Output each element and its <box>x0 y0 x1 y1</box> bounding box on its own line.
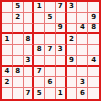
cell-r4c4-empty[interactable] <box>34 34 45 45</box>
cell-r8c7-empty[interactable] <box>67 77 78 88</box>
cell-r5c7-empty[interactable] <box>67 45 78 56</box>
cell-r2c5-given: 5 <box>45 13 56 24</box>
cell-r7c8-empty[interactable] <box>77 67 88 78</box>
cell-r4c7-given: 2 <box>67 34 78 45</box>
cell-r6c1-empty[interactable] <box>2 56 13 67</box>
cell-r6c2-empty[interactable] <box>13 56 24 67</box>
cell-r3c9-given: 8 <box>88 24 99 35</box>
cell-r2c4-empty[interactable] <box>34 13 45 24</box>
cell-r3c6-given: 9 <box>56 24 67 35</box>
cell-r5c1-empty[interactable] <box>2 45 13 56</box>
cell-r9c9-empty[interactable] <box>88 88 99 99</box>
cell-r2c7-empty[interactable] <box>67 13 78 24</box>
cell-r9c6-given: 1 <box>56 88 67 99</box>
cell-r1c5-empty[interactable] <box>45 2 56 13</box>
cell-r8c6-empty[interactable] <box>56 77 67 88</box>
cell-r2c6-empty[interactable] <box>56 13 67 24</box>
cell-r4c8-empty[interactable] <box>77 34 88 45</box>
cell-r2c3-empty[interactable] <box>24 13 35 24</box>
cell-r8c2-empty[interactable] <box>13 77 24 88</box>
cell-r1c2-given: 5 <box>13 2 24 13</box>
cell-r1c6-given: 7 <box>56 2 67 13</box>
cell-r9c2-empty[interactable] <box>13 88 24 99</box>
cell-r3c2-empty[interactable] <box>13 24 24 35</box>
cell-r6c8-empty[interactable] <box>77 56 88 67</box>
cell-r8c4-empty[interactable] <box>34 77 45 88</box>
cell-r5c2-empty[interactable] <box>13 45 24 56</box>
cell-r5c5-given: 7 <box>45 45 56 56</box>
cell-r9c5-empty[interactable] <box>45 88 56 99</box>
cell-r4c6-empty[interactable] <box>56 34 67 45</box>
cell-r5c6-given: 3 <box>56 45 67 56</box>
cell-r5c3-empty[interactable] <box>24 45 35 56</box>
cell-r9c1-empty[interactable] <box>2 88 13 99</box>
cell-r3c3-empty[interactable] <box>24 24 35 35</box>
cell-r8c9-empty[interactable] <box>88 77 99 88</box>
cell-r7c4-given: 7 <box>34 67 45 78</box>
cell-r3c4-empty[interactable] <box>34 24 45 35</box>
cell-r2c2-given: 2 <box>13 13 24 24</box>
cell-r7c3-empty[interactable] <box>24 67 35 78</box>
cell-r8c1-given: 2 <box>2 77 13 88</box>
cell-r7c2-given: 8 <box>13 67 24 78</box>
cell-r7c6-empty[interactable] <box>56 67 67 78</box>
cell-r2c1-empty[interactable] <box>2 13 13 24</box>
cell-r1c1-empty[interactable] <box>2 2 13 13</box>
cell-r2c8-empty[interactable] <box>77 13 88 24</box>
cell-r6c6-empty[interactable] <box>56 56 67 67</box>
cell-r6c5-empty[interactable] <box>45 56 56 67</box>
cell-r4c3-given: 8 <box>24 34 35 45</box>
cell-r7c9-empty[interactable] <box>88 67 99 78</box>
cell-r4c2-empty[interactable] <box>13 34 24 45</box>
cell-r2c9-given: 9 <box>88 13 99 24</box>
cell-r3c5-empty[interactable] <box>45 24 56 35</box>
cell-r3c1-empty[interactable] <box>2 24 13 35</box>
cell-r8c3-empty[interactable] <box>24 77 35 88</box>
cell-r7c1-given: 4 <box>2 67 13 78</box>
cell-r7c7-empty[interactable] <box>67 67 78 78</box>
sudoku-board: 51732599481828733944872637516 <box>0 0 101 101</box>
cell-r4c5-empty[interactable] <box>45 34 56 45</box>
cell-r6c9-given: 4 <box>88 56 99 67</box>
cell-r1c4-given: 1 <box>34 2 45 13</box>
cell-r1c9-empty[interactable] <box>88 2 99 13</box>
cell-r4c1-given: 1 <box>2 34 13 45</box>
cell-r8c5-given: 6 <box>45 77 56 88</box>
cell-r3c8-given: 4 <box>77 24 88 35</box>
cell-r5c4-given: 8 <box>34 45 45 56</box>
cell-r9c4-given: 5 <box>34 88 45 99</box>
cell-r3c7-empty[interactable] <box>67 24 78 35</box>
cell-r6c7-given: 9 <box>67 56 78 67</box>
cell-r1c8-empty[interactable] <box>77 2 88 13</box>
cell-r8c8-given: 3 <box>77 77 88 88</box>
cell-r4c9-empty[interactable] <box>88 34 99 45</box>
cell-r7c5-empty[interactable] <box>45 67 56 78</box>
cell-r9c7-empty[interactable] <box>67 88 78 99</box>
cell-r9c3-given: 7 <box>24 88 35 99</box>
cell-r5c8-empty[interactable] <box>77 45 88 56</box>
cell-r6c4-empty[interactable] <box>34 56 45 67</box>
cell-r9c8-given: 6 <box>77 88 88 99</box>
cell-r1c3-empty[interactable] <box>24 2 35 13</box>
cell-r5c9-empty[interactable] <box>88 45 99 56</box>
cell-r1c7-given: 3 <box>67 2 78 13</box>
cell-r6c3-given: 3 <box>24 56 35 67</box>
